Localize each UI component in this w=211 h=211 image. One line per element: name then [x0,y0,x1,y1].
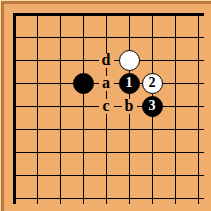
point-E15: c [95,95,118,118]
point-F16: 1 [118,72,141,95]
point-D16 [72,72,95,95]
white-stone [119,50,140,71]
letter-marker-d: d [99,53,114,68]
point-E16: a [95,72,118,95]
black-stone-3: 3 [142,96,163,117]
point-E17: d [95,49,118,72]
letter-marker-a: a [99,76,114,91]
black-stone-1: 1 [119,73,140,94]
letter-marker-c: c [99,99,114,114]
letter-marker-b: b [122,99,137,114]
white-stone-2: 2 [142,73,163,94]
board-points: 123dacb [3,3,210,210]
point-F15: b [118,95,141,118]
go-diagram-frame: 123dacb [0,0,211,211]
point-G15: 3 [141,95,164,118]
point-G16: 2 [141,72,164,95]
point-F17 [118,49,141,72]
black-stone [73,73,94,94]
